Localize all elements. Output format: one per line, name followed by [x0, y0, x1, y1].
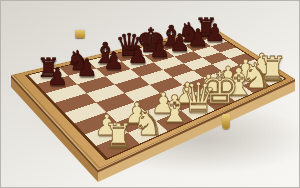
brass-latch-icon — [222, 114, 230, 129]
brass-hinge-icon — [75, 30, 85, 38]
chess-set-photo: ♜♞♝♛♚♝♞♜♟♟♟♟♟♟♟♟♟♟♟♟♟♟♟♟♜♞♝♛♚♝♞♜ — [0, 0, 300, 188]
